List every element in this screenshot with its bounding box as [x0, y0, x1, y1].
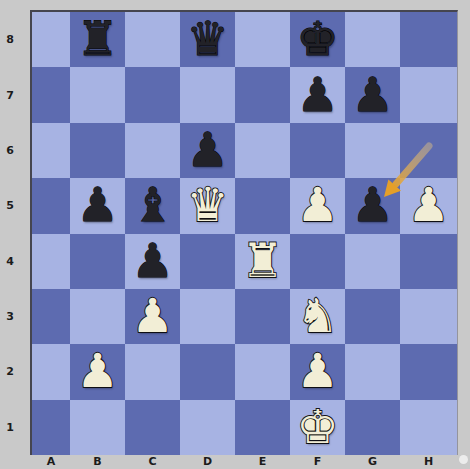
square-a3[interactable]	[32, 289, 70, 344]
square-e6[interactable]	[235, 123, 290, 178]
square-d7[interactable]	[180, 67, 235, 122]
file-label-b: B	[70, 454, 125, 469]
file-label-d: D	[180, 454, 235, 469]
piece-white-rook[interactable]: ♜	[241, 237, 283, 284]
square-b4[interactable]	[70, 234, 125, 289]
square-a5[interactable]	[32, 178, 70, 233]
square-g1[interactable]	[345, 400, 400, 455]
square-h1[interactable]	[400, 400, 457, 455]
chess-board-window: ♜♛♚♟♟♟♟♝♛♟♟♟♟♜♟♞♟♟♚ 87654321 ABCDEFGH	[0, 0, 470, 469]
square-c4[interactable]: ♟	[125, 234, 180, 289]
rank-label-7: 7	[0, 67, 28, 122]
square-c2[interactable]	[125, 344, 180, 399]
square-e7[interactable]	[235, 67, 290, 122]
square-e8[interactable]	[235, 12, 290, 67]
square-a2[interactable]	[32, 344, 70, 399]
square-f4[interactable]	[290, 234, 345, 289]
rank-label-3: 3	[0, 289, 28, 344]
square-h3[interactable]	[400, 289, 457, 344]
square-d3[interactable]	[180, 289, 235, 344]
file-label-c: C	[125, 454, 180, 469]
piece-white-pawn[interactable]: ♟	[131, 292, 173, 339]
square-f8[interactable]: ♚	[290, 12, 345, 67]
piece-black-pawn[interactable]: ♟	[351, 181, 393, 228]
square-c1[interactable]	[125, 400, 180, 455]
rank-label-6: 6	[0, 123, 28, 178]
square-c6[interactable]	[125, 123, 180, 178]
corner-dot	[459, 455, 468, 464]
square-b1[interactable]	[70, 400, 125, 455]
rank-label-5: 5	[0, 178, 28, 233]
piece-black-pawn[interactable]: ♟	[351, 71, 393, 118]
square-e3[interactable]	[235, 289, 290, 344]
square-b3[interactable]	[70, 289, 125, 344]
file-label-f: F	[290, 454, 345, 469]
square-c7[interactable]	[125, 67, 180, 122]
square-a4[interactable]	[32, 234, 70, 289]
square-a6[interactable]	[32, 123, 70, 178]
square-f7[interactable]: ♟	[290, 67, 345, 122]
square-d2[interactable]	[180, 344, 235, 399]
square-d4[interactable]	[180, 234, 235, 289]
square-e2[interactable]	[235, 344, 290, 399]
square-b7[interactable]	[70, 67, 125, 122]
square-h6[interactable]	[400, 123, 457, 178]
piece-black-pawn[interactable]: ♟	[296, 71, 338, 118]
piece-white-pawn[interactable]: ♟	[296, 347, 338, 394]
file-label-h: H	[400, 454, 457, 469]
square-c5[interactable]: ♝	[125, 178, 180, 233]
square-f1[interactable]: ♚	[290, 400, 345, 455]
piece-white-knight[interactable]: ♞	[296, 292, 338, 339]
piece-black-queen[interactable]: ♛	[186, 15, 228, 62]
square-b6[interactable]	[70, 123, 125, 178]
square-g2[interactable]	[345, 344, 400, 399]
square-g3[interactable]	[345, 289, 400, 344]
square-e5[interactable]	[235, 178, 290, 233]
file-label-e: E	[235, 454, 290, 469]
square-h8[interactable]	[400, 12, 457, 67]
file-label-g: G	[345, 454, 400, 469]
square-f2[interactable]: ♟	[290, 344, 345, 399]
square-b5[interactable]: ♟	[70, 178, 125, 233]
piece-white-queen[interactable]: ♛	[186, 181, 228, 228]
piece-black-bishop[interactable]: ♝	[131, 181, 173, 228]
square-f5[interactable]: ♟	[290, 178, 345, 233]
square-a7[interactable]	[32, 67, 70, 122]
square-g4[interactable]	[345, 234, 400, 289]
square-h5[interactable]: ♟	[400, 178, 457, 233]
square-b2[interactable]: ♟	[70, 344, 125, 399]
rank-coordinates: 87654321	[0, 12, 28, 455]
square-h4[interactable]	[400, 234, 457, 289]
square-h2[interactable]	[400, 344, 457, 399]
piece-black-pawn[interactable]: ♟	[186, 126, 228, 173]
square-f3[interactable]: ♞	[290, 289, 345, 344]
piece-white-pawn[interactable]: ♟	[76, 347, 118, 394]
square-a1[interactable]	[32, 400, 70, 455]
square-g6[interactable]	[345, 123, 400, 178]
piece-black-king[interactable]: ♚	[296, 15, 338, 62]
piece-white-king[interactable]: ♚	[296, 403, 338, 450]
square-g5[interactable]: ♟	[345, 178, 400, 233]
square-g7[interactable]: ♟	[345, 67, 400, 122]
piece-black-pawn[interactable]: ♟	[131, 237, 173, 284]
rank-label-8: 8	[0, 12, 28, 67]
rank-label-1: 1	[0, 400, 28, 455]
square-d5[interactable]: ♛	[180, 178, 235, 233]
square-d1[interactable]	[180, 400, 235, 455]
piece-black-pawn[interactable]: ♟	[76, 181, 118, 228]
piece-white-pawn[interactable]: ♟	[296, 181, 338, 228]
piece-black-rook[interactable]: ♜	[76, 15, 118, 62]
square-b8[interactable]: ♜	[70, 12, 125, 67]
square-c8[interactable]	[125, 12, 180, 67]
rank-label-2: 2	[0, 344, 28, 399]
square-f6[interactable]	[290, 123, 345, 178]
square-e4[interactable]: ♜	[235, 234, 290, 289]
square-h7[interactable]	[400, 67, 457, 122]
piece-white-pawn[interactable]: ♟	[407, 181, 449, 228]
file-label-a: A	[32, 454, 70, 469]
square-g8[interactable]	[345, 12, 400, 67]
square-a8[interactable]	[32, 12, 70, 67]
square-e1[interactable]	[235, 400, 290, 455]
file-coordinates: ABCDEFGH	[32, 454, 457, 469]
square-d6[interactable]: ♟	[180, 123, 235, 178]
rank-label-4: 4	[0, 234, 28, 289]
square-c3[interactable]: ♟	[125, 289, 180, 344]
square-d8[interactable]: ♛	[180, 12, 235, 67]
chess-board: ♜♛♚♟♟♟♟♝♛♟♟♟♟♜♟♞♟♟♚	[30, 10, 458, 455]
